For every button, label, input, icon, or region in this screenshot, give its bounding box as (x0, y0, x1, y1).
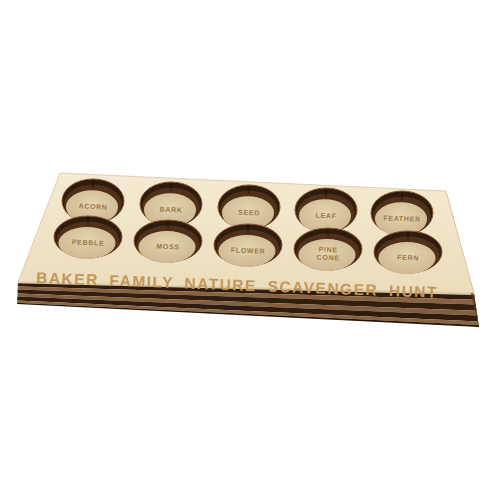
pit-seed: SEED (218, 185, 280, 230)
pit-label: LEAF (315, 212, 336, 220)
pit-feather: FEATHER (371, 191, 433, 236)
pit-label: BARK (159, 206, 182, 214)
pit-fern: FERN (374, 231, 442, 274)
pit-pine-cone: PINECONE (294, 228, 362, 271)
pit-label: PEBBLE (72, 238, 105, 246)
pit-leaf: LEAF (295, 188, 357, 233)
pit-pebble: PEBBLE (54, 216, 122, 259)
product-photo: ACORNBARKSEEDLEAFFEATHERPEBBLEMOSSFLOWER… (0, 0, 500, 500)
pit-label: MOSS (156, 242, 180, 250)
pit-label: CONE (316, 254, 339, 262)
scavenger-hunt-board-photo: ACORNBARKSEEDLEAFFEATHERPEBBLEMOSSFLOWER… (0, 0, 500, 500)
pit-label: ACORN (78, 202, 107, 210)
pit-label: PINE (318, 246, 337, 254)
pit-label: SEED (238, 209, 260, 217)
pit-label: FERN (397, 254, 419, 262)
pit-moss: MOSS (134, 220, 202, 263)
pit-flower: FLOWER (214, 224, 282, 267)
